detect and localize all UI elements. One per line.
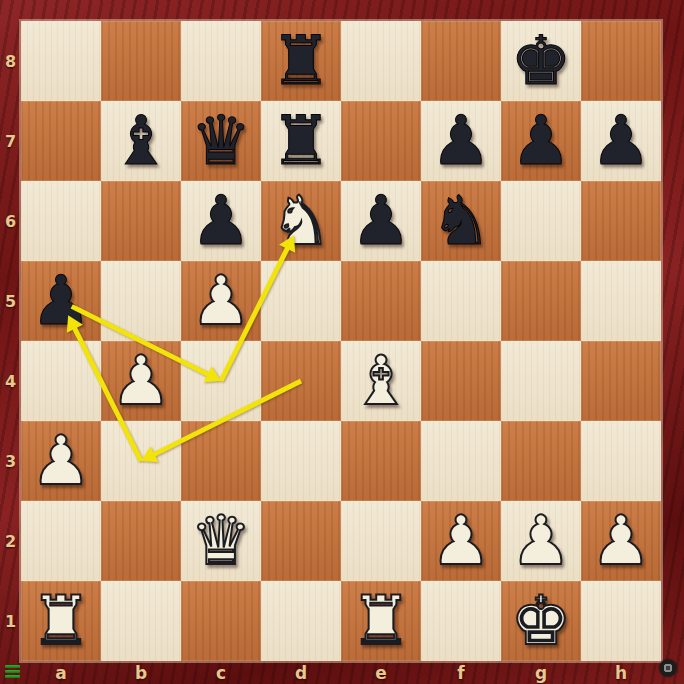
file-label-g: g — [501, 661, 581, 684]
square-f1[interactable] — [421, 581, 501, 661]
menu-icon-bar — [5, 670, 20, 673]
square-h7[interactable]: ♟ — [581, 101, 661, 181]
square-e5[interactable] — [341, 261, 421, 341]
piece-black-rook-d8[interactable]: ♜ — [261, 21, 341, 101]
square-f8[interactable] — [421, 21, 501, 101]
piece-white-king-g1[interactable]: ♚ — [501, 581, 581, 661]
piece-white-queen-c2[interactable]: ♛ — [181, 501, 261, 581]
square-c3[interactable] — [181, 421, 261, 501]
piece-white-pawn-b4[interactable]: ♟ — [101, 341, 181, 421]
square-b4[interactable]: ♟ — [101, 341, 181, 421]
file-label-c: c — [181, 661, 261, 684]
square-d1[interactable] — [261, 581, 341, 661]
chess-board: ♜♚♝♛♜♟♟♟♟♞♟♞♟♟♟♝♟♛♟♟♟♜♜♚ — [21, 21, 661, 661]
piece-black-king-g8[interactable]: ♚ — [501, 21, 581, 101]
rank-label-3: 3 — [0, 421, 21, 501]
piece-white-knight-d6[interactable]: ♞ — [261, 181, 341, 261]
square-d3[interactable] — [261, 421, 341, 501]
rank-label-4: 4 — [0, 341, 21, 421]
square-g4[interactable] — [501, 341, 581, 421]
square-a1[interactable]: ♜ — [21, 581, 101, 661]
square-h8[interactable] — [581, 21, 661, 101]
square-a8[interactable] — [21, 21, 101, 101]
square-e7[interactable] — [341, 101, 421, 181]
square-d2[interactable] — [261, 501, 341, 581]
square-f2[interactable]: ♟ — [421, 501, 501, 581]
square-b7[interactable]: ♝ — [101, 101, 181, 181]
piece-black-pawn-c6[interactable]: ♟ — [181, 181, 261, 261]
piece-black-pawn-e6[interactable]: ♟ — [341, 181, 421, 261]
square-h1[interactable] — [581, 581, 661, 661]
square-g5[interactable] — [501, 261, 581, 341]
rank-label-1: 1 — [0, 581, 21, 661]
square-d6[interactable]: ♞ — [261, 181, 341, 261]
rank-labels: 87654321 — [0, 21, 21, 661]
square-c8[interactable] — [181, 21, 261, 101]
piece-black-pawn-f7[interactable]: ♟ — [421, 101, 501, 181]
piece-black-rook-d7[interactable]: ♜ — [261, 101, 341, 181]
square-f3[interactable] — [421, 421, 501, 501]
piece-white-rook-e1[interactable]: ♜ — [341, 581, 421, 661]
square-b2[interactable] — [101, 501, 181, 581]
file-labels: abcdefgh — [21, 661, 661, 684]
piece-black-pawn-g7[interactable]: ♟ — [501, 101, 581, 181]
square-g8[interactable]: ♚ — [501, 21, 581, 101]
square-e4[interactable]: ♝ — [341, 341, 421, 421]
piece-black-pawn-a5[interactable]: ♟ — [21, 261, 101, 341]
square-a4[interactable] — [21, 341, 101, 421]
square-e3[interactable] — [341, 421, 421, 501]
piece-white-pawn-g2[interactable]: ♟ — [501, 501, 581, 581]
square-e8[interactable] — [341, 21, 421, 101]
menu-icon-bar — [5, 665, 20, 668]
square-h6[interactable] — [581, 181, 661, 261]
rank-label-7: 7 — [0, 101, 21, 181]
piece-white-pawn-a3[interactable]: ♟ — [21, 421, 101, 501]
square-b6[interactable] — [101, 181, 181, 261]
square-g7[interactable]: ♟ — [501, 101, 581, 181]
file-label-e: e — [341, 661, 421, 684]
square-g3[interactable] — [501, 421, 581, 501]
piece-black-queen-c7[interactable]: ♛ — [181, 101, 261, 181]
file-label-d: d — [261, 661, 341, 684]
square-a5[interactable]: ♟ — [21, 261, 101, 341]
square-c1[interactable] — [181, 581, 261, 661]
square-c4[interactable] — [181, 341, 261, 421]
square-c7[interactable]: ♛ — [181, 101, 261, 181]
square-f5[interactable] — [421, 261, 501, 341]
square-c6[interactable]: ♟ — [181, 181, 261, 261]
file-label-b: b — [101, 661, 181, 684]
square-e6[interactable]: ♟ — [341, 181, 421, 261]
square-f6[interactable]: ♞ — [421, 181, 501, 261]
file-label-h: h — [581, 661, 661, 684]
square-b1[interactable] — [101, 581, 181, 661]
square-a6[interactable] — [21, 181, 101, 261]
square-h4[interactable] — [581, 341, 661, 421]
square-e1[interactable]: ♜ — [341, 581, 421, 661]
square-a7[interactable] — [21, 101, 101, 181]
square-c5[interactable]: ♟ — [181, 261, 261, 341]
menu-icon-bar — [5, 675, 20, 678]
piece-white-bishop-e4[interactable]: ♝ — [341, 341, 421, 421]
chess-board-app: ♜♚♝♛♜♟♟♟♟♞♟♞♟♟♟♝♟♛♟♟♟♜♜♚ 87654321 abcdef… — [0, 0, 684, 684]
square-a3[interactable]: ♟ — [21, 421, 101, 501]
piece-white-rook-a1[interactable]: ♜ — [21, 581, 101, 661]
square-a2[interactable] — [21, 501, 101, 581]
record-button[interactable] — [659, 659, 677, 677]
square-g2[interactable]: ♟ — [501, 501, 581, 581]
square-h2[interactable]: ♟ — [581, 501, 661, 581]
piece-black-pawn-h7[interactable]: ♟ — [581, 101, 661, 181]
rank-label-5: 5 — [0, 261, 21, 341]
square-f4[interactable] — [421, 341, 501, 421]
rank-label-8: 8 — [0, 21, 21, 101]
square-h5[interactable] — [581, 261, 661, 341]
square-b5[interactable] — [101, 261, 181, 341]
square-d4[interactable] — [261, 341, 341, 421]
square-d5[interactable] — [261, 261, 341, 341]
square-b8[interactable] — [101, 21, 181, 101]
rank-label-2: 2 — [0, 501, 21, 581]
square-g1[interactable]: ♚ — [501, 581, 581, 661]
square-c2[interactable]: ♛ — [181, 501, 261, 581]
square-d7[interactable]: ♜ — [261, 101, 341, 181]
menu-icon[interactable] — [5, 665, 20, 678]
piece-black-knight-f6[interactable]: ♞ — [421, 181, 501, 261]
piece-white-pawn-c5[interactable]: ♟ — [181, 261, 261, 341]
rank-label-6: 6 — [0, 181, 21, 261]
square-b3[interactable] — [101, 421, 181, 501]
piece-white-pawn-f2[interactable]: ♟ — [421, 501, 501, 581]
piece-white-pawn-h2[interactable]: ♟ — [581, 501, 661, 581]
piece-black-bishop-b7[interactable]: ♝ — [101, 101, 181, 181]
square-g6[interactable] — [501, 181, 581, 261]
file-label-a: a — [21, 661, 101, 684]
square-d8[interactable]: ♜ — [261, 21, 341, 101]
square-f7[interactable]: ♟ — [421, 101, 501, 181]
square-h3[interactable] — [581, 421, 661, 501]
square-e2[interactable] — [341, 501, 421, 581]
file-label-f: f — [421, 661, 501, 684]
